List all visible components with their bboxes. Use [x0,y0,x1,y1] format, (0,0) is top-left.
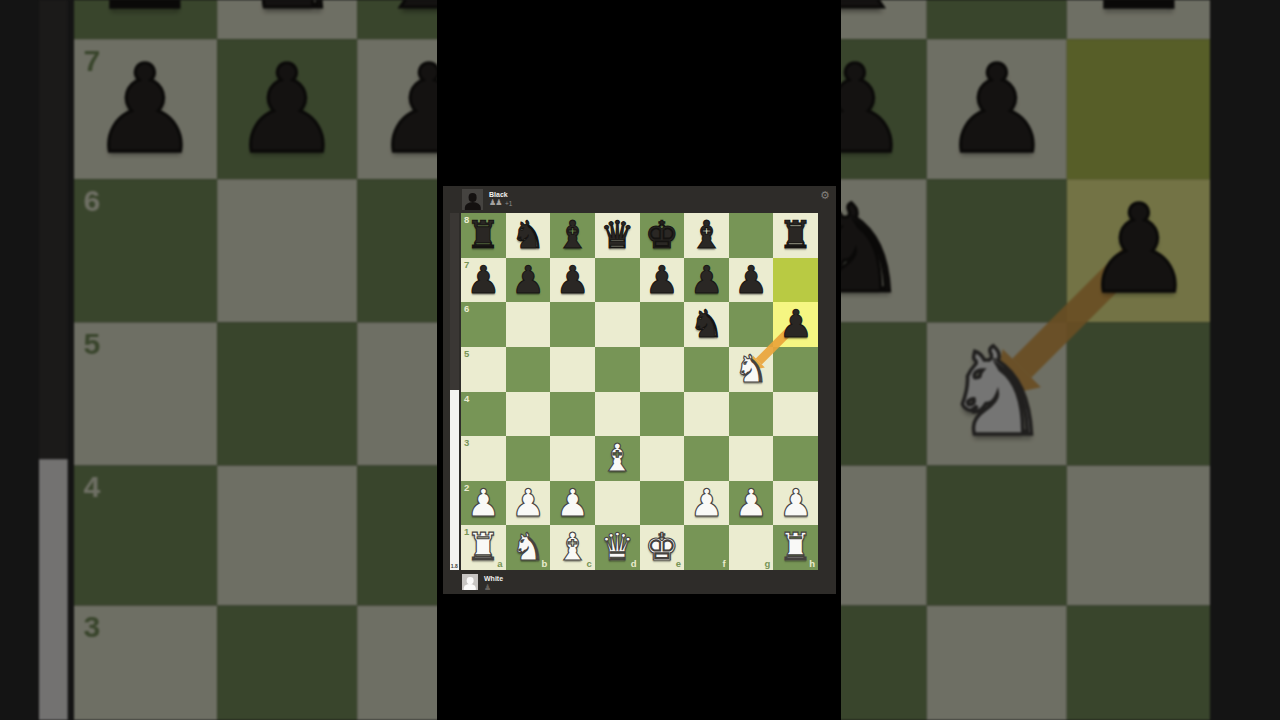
square-a7[interactable]: 7♟ [461,258,506,303]
square-g6[interactable] [729,302,774,347]
square-h4[interactable] [1068,464,1210,606]
square-c6[interactable] [550,302,595,347]
square-b1[interactable]: b♞ [506,525,551,570]
rank-label-3: 3 [464,438,469,448]
square-a3[interactable]: 3 [461,436,506,481]
square-h8[interactable]: ♜ [773,213,818,258]
piece-black-rook[interactable]: ♜ [773,213,818,258]
piece-black-bishop[interactable]: ♝ [550,213,595,258]
piece-black-queen[interactable]: ♛ [595,213,640,258]
square-b7[interactable]: ♟ [216,38,358,180]
file-label-b: b [541,559,547,569]
square-e7[interactable]: ♟ [640,258,685,303]
square-g4[interactable] [729,392,774,437]
file-label-g: g [765,559,771,569]
square-g8[interactable] [926,0,1068,38]
piece-white-pawn[interactable]: ♟ [729,481,774,526]
square-b4[interactable] [506,392,551,437]
square-e4[interactable] [640,392,685,437]
black-player-avatar[interactable] [462,189,483,210]
square-d2[interactable] [595,481,640,526]
square-g7[interactable]: ♟ [926,38,1068,180]
square-b5[interactable] [216,322,358,464]
piece-black-pawn[interactable]: ♟ [773,302,818,347]
square-h5[interactable] [1068,322,1210,464]
square-d8[interactable]: ♛ [595,213,640,258]
square-f3[interactable] [684,436,729,481]
square-g8[interactable] [729,213,774,258]
square-g1[interactable]: g [729,525,774,570]
square-c7[interactable]: ♟ [550,258,595,303]
piece-white-pawn[interactable]: ♟ [550,481,595,526]
square-b6[interactable] [216,180,358,322]
square-d1[interactable]: d♛ [595,525,640,570]
square-a4[interactable]: 4 [74,464,216,606]
square-a1[interactable]: 1a♜ [461,525,506,570]
square-h4[interactable] [773,392,818,437]
rank-label-4: 4 [84,470,101,502]
piece-black-rook[interactable]: ♜ [74,0,216,38]
square-h8[interactable]: ♜ [1068,0,1210,38]
square-h6[interactable]: ♟ [1068,180,1210,322]
rank-label-7: 7 [84,44,101,76]
white-player-name: White [484,575,503,583]
white-player-avatar[interactable] [462,574,478,590]
square-b8[interactable]: ♞ [506,213,551,258]
video-frame: 1.88♜♞♝♛♚♝♜7♟♟♟♟♟♟6♞♟5♞43♝2♟♟♟♟♟♟1a♜b♞c♝… [0,0,1280,720]
square-d3[interactable]: ♝ [595,436,640,481]
square-c8[interactable]: ♝ [550,213,595,258]
square-f2[interactable]: ♟ [684,481,729,526]
square-f8[interactable]: ♝ [684,213,729,258]
square-h7[interactable] [1068,38,1210,180]
square-g7[interactable]: ♟ [729,258,774,303]
square-f5[interactable] [684,347,729,392]
square-f1[interactable]: f [684,525,729,570]
piece-black-knight[interactable]: ♞ [506,213,551,258]
square-g4[interactable] [926,464,1068,606]
square-h3[interactable] [1068,606,1210,720]
square-g3[interactable] [729,436,774,481]
chess-app-panel: Black ♟♟ +1 ⚙ 1.88♜♞♝♛♚♝♜7♟♟♟♟♟♟6♞♟5♞43♝… [443,186,836,594]
piece-white-pawn[interactable]: ♟ [506,481,551,526]
square-a6[interactable]: 6 [461,302,506,347]
square-c1[interactable]: c♝ [550,525,595,570]
square-g2[interactable]: ♟ [729,481,774,526]
square-a2[interactable]: 2♟ [461,481,506,526]
black-captured-pieces: ♟♟ [489,199,501,207]
piece-black-pawn[interactable]: ♟ [550,258,595,303]
square-a4[interactable]: 4 [461,392,506,437]
square-e2[interactable] [640,481,685,526]
file-label-c: c [587,559,592,569]
square-e1[interactable]: e♚ [640,525,685,570]
square-a7[interactable]: 7♟ [74,38,216,180]
board-scene: 1.88♜♞♝♛♚♝♜7♟♟♟♟♟♟6♞♟5♞43♝2♟♟♟♟♟♟1a♜b♞c♝… [450,213,818,570]
square-b2[interactable]: ♟ [506,481,551,526]
piece-black-pawn[interactable]: ♟ [640,258,685,303]
piece-white-knight[interactable]: ♞ [926,322,1068,464]
piece-black-pawn[interactable]: ♟ [216,38,358,180]
square-g6[interactable] [926,180,1068,322]
rank-label-3: 3 [84,612,101,644]
file-label-f: f [723,559,726,569]
square-g5[interactable]: ♞ [926,322,1068,464]
square-h6[interactable]: ♟ [773,302,818,347]
square-a3[interactable]: 3 [74,606,216,720]
bottom-player-bar: White ♟ [443,570,836,594]
square-a5[interactable]: 5 [461,347,506,392]
square-f6[interactable]: ♞ [684,302,729,347]
settings-gear-icon[interactable]: ⚙ [818,189,832,203]
square-g3[interactable] [926,606,1068,720]
square-a5[interactable]: 5 [74,322,216,464]
square-a8[interactable]: 8♜ [74,0,216,38]
piece-black-knight[interactable]: ♞ [684,302,729,347]
square-c2[interactable]: ♟ [550,481,595,526]
square-a8[interactable]: 8♜ [461,213,506,258]
square-c5[interactable] [550,347,595,392]
square-b3[interactable] [216,606,358,720]
piece-black-pawn[interactable]: ♟ [684,258,729,303]
evaluation-bar-white-fill: 1.8 [450,390,459,570]
square-e3[interactable] [640,436,685,481]
rank-label-5: 5 [84,328,101,360]
square-h3[interactable] [773,436,818,481]
square-d4[interactable] [595,392,640,437]
square-a6[interactable]: 6 [74,180,216,322]
square-f7[interactable]: ♟ [684,258,729,303]
square-b6[interactable] [506,302,551,347]
piece-white-pawn[interactable]: ♟ [684,481,729,526]
square-b7[interactable]: ♟ [506,258,551,303]
square-g5[interactable]: ♞ [729,347,774,392]
rank-label-5: 5 [464,349,469,359]
piece-black-pawn[interactable]: ♟ [506,258,551,303]
rank-label-6: 6 [84,186,101,218]
square-h1[interactable]: h♜ [773,525,818,570]
square-d5[interactable] [595,347,640,392]
top-player-bar: Black ♟♟ +1 ⚙ [443,186,836,213]
piece-black-knight[interactable]: ♞ [216,0,358,38]
square-c3[interactable] [550,436,595,481]
evaluation-bar-white-fill: 1.8 [39,458,66,720]
square-e8[interactable]: ♚ [640,213,685,258]
piece-white-knight[interactable]: ♞ [729,347,774,392]
chess-board: 8♜♞♝♛♚♝♜7♟♟♟♟♟♟6♞♟5♞43♝2♟♟♟♟♟♟1a♜b♞c♝d♛e… [461,213,818,570]
square-h7[interactable] [773,258,818,303]
square-d7[interactable] [595,258,640,303]
piece-black-pawn[interactable]: ♟ [926,38,1068,180]
file-label-h: h [809,559,815,569]
rank-label-4: 4 [464,394,469,404]
file-label-e: e [676,559,681,569]
square-h2[interactable]: ♟ [773,481,818,526]
square-b3[interactable] [506,436,551,481]
rank-label-1: 1 [464,527,469,537]
evaluation-value: 1.8 [450,563,459,569]
black-material-advantage: +1 [505,200,512,207]
evaluation-bar: 1.8 [39,0,66,720]
piece-black-pawn[interactable]: ♟ [1068,180,1210,322]
rank-label-7: 7 [464,260,469,270]
square-c4[interactable] [550,392,595,437]
file-label-d: d [631,559,637,569]
piece-white-pawn[interactable]: ♟ [773,481,818,526]
file-label-a: a [497,559,502,569]
piece-black-bishop[interactable]: ♝ [684,213,729,258]
square-b5[interactable] [506,347,551,392]
square-f4[interactable] [684,392,729,437]
piece-black-king[interactable]: ♚ [640,213,685,258]
square-b4[interactable] [216,464,358,606]
square-e6[interactable] [640,302,685,347]
square-e5[interactable] [640,347,685,392]
rank-label-2: 2 [464,483,469,493]
rank-label-8: 8 [464,215,469,225]
rank-label-6: 6 [464,304,469,314]
white-captured-pieces: ♟ [484,584,490,592]
piece-white-bishop[interactable]: ♝ [595,436,640,481]
square-d6[interactable] [595,302,640,347]
square-b8[interactable]: ♞ [216,0,358,38]
piece-black-rook[interactable]: ♜ [1068,0,1210,38]
square-h5[interactable] [773,347,818,392]
piece-black-pawn[interactable]: ♟ [729,258,774,303]
evaluation-bar: 1.8 [450,213,459,570]
